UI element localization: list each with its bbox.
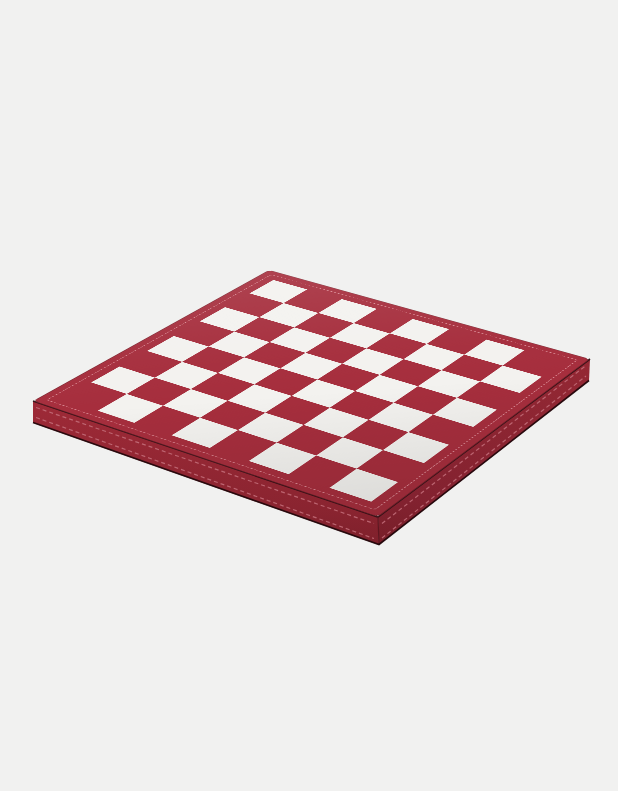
product-photo <box>0 0 618 791</box>
